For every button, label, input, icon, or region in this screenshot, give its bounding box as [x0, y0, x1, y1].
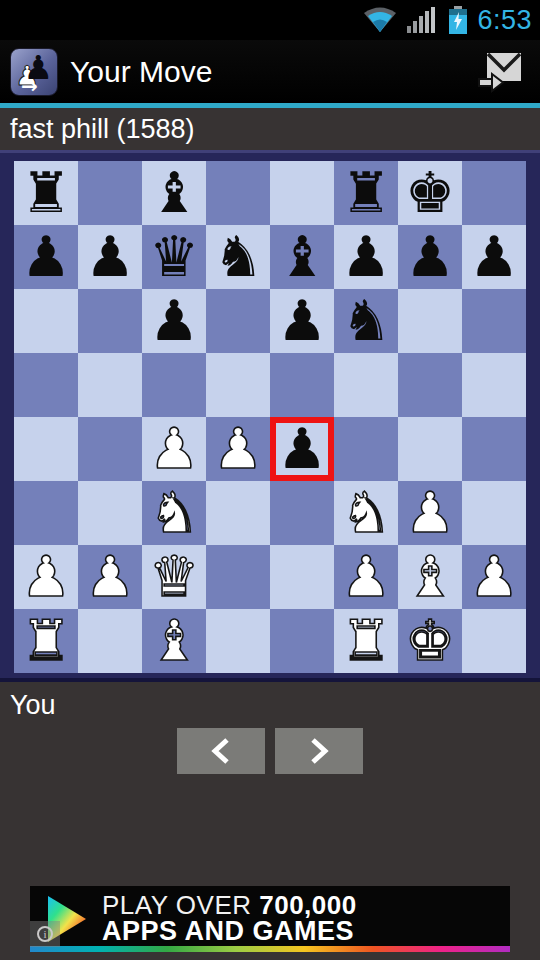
square-a5[interactable]	[14, 353, 78, 417]
square-a3[interactable]	[14, 481, 78, 545]
square-b8[interactable]	[78, 161, 142, 225]
square-h5[interactable]	[462, 353, 526, 417]
square-d4[interactable]: ♟	[206, 417, 270, 481]
white-knight: ♞	[149, 481, 199, 545]
move-nav	[0, 728, 540, 776]
black-pawn: ♟	[85, 225, 135, 289]
square-e5[interactable]	[270, 353, 334, 417]
ad-line2: APPS AND GAMES	[102, 918, 357, 946]
square-e4[interactable]: ♟	[270, 417, 334, 481]
square-a7[interactable]: ♟	[14, 225, 78, 289]
player-row: You	[0, 682, 540, 728]
square-a4[interactable]	[14, 417, 78, 481]
square-e1[interactable]	[270, 609, 334, 673]
square-d2[interactable]	[206, 545, 270, 609]
board-frame: ♜♝♜♚♟♟♛♞♝♟♟♟♟♟♞♟♟♟♞♞♟♟♟♛♟♝♟♜♝♜♚	[0, 150, 540, 682]
white-pawn: ♟	[213, 417, 263, 481]
square-d7[interactable]: ♞	[206, 225, 270, 289]
wifi-icon	[363, 7, 397, 33]
black-queen: ♛	[149, 225, 199, 289]
ad-info-button[interactable]: i	[30, 921, 60, 947]
black-pawn: ♟	[341, 225, 391, 289]
square-c4[interactable]: ♟	[142, 417, 206, 481]
white-knight: ♞	[341, 481, 391, 545]
square-b3[interactable]	[78, 481, 142, 545]
white-rook: ♜	[341, 609, 391, 673]
square-g7[interactable]: ♟	[398, 225, 462, 289]
ad-line1: PLAY OVER	[102, 890, 259, 920]
white-queen: ♛	[149, 545, 199, 609]
black-bishop: ♝	[277, 225, 327, 289]
white-pawn: ♟	[341, 545, 391, 609]
square-f3[interactable]: ♞	[334, 481, 398, 545]
send-mail-button[interactable]	[470, 46, 530, 98]
square-c6[interactable]: ♟	[142, 289, 206, 353]
square-h3[interactable]	[462, 481, 526, 545]
white-king: ♚	[405, 609, 455, 673]
square-h1[interactable]	[462, 609, 526, 673]
clock: 6:53	[477, 5, 532, 36]
black-king: ♚	[405, 161, 455, 225]
black-pawn: ♟	[21, 225, 71, 289]
square-d8[interactable]	[206, 161, 270, 225]
square-f8[interactable]: ♜	[334, 161, 398, 225]
square-d3[interactable]	[206, 481, 270, 545]
square-d5[interactable]	[206, 353, 270, 417]
square-f2[interactable]: ♟	[334, 545, 398, 609]
square-e8[interactable]	[270, 161, 334, 225]
action-bar: ♟ ♟ → Your Move	[0, 40, 540, 103]
square-b2[interactable]: ♟	[78, 545, 142, 609]
signal-icon	[407, 7, 439, 33]
square-f1[interactable]: ♜	[334, 609, 398, 673]
white-pawn: ♟	[85, 545, 135, 609]
black-pawn: ♟	[149, 289, 199, 353]
white-bishop: ♝	[405, 545, 455, 609]
black-knight: ♞	[213, 225, 263, 289]
square-f7[interactable]: ♟	[334, 225, 398, 289]
square-g6[interactable]	[398, 289, 462, 353]
white-pawn: ♟	[21, 545, 71, 609]
opponent-row: fast phill (1588)	[0, 108, 540, 150]
arrow-icon: →	[21, 74, 38, 96]
white-bishop: ♝	[149, 609, 199, 673]
square-a6[interactable]	[14, 289, 78, 353]
black-rook: ♜	[341, 161, 391, 225]
square-d1[interactable]	[206, 609, 270, 673]
white-pawn: ♟	[405, 481, 455, 545]
chevron-left-icon	[210, 737, 232, 765]
square-g5[interactable]	[398, 353, 462, 417]
chess-board: ♜♝♜♚♟♟♛♞♝♟♟♟♟♟♞♟♟♟♞♞♟♟♟♛♟♝♟♜♝♜♚	[14, 161, 526, 673]
square-g4[interactable]	[398, 417, 462, 481]
square-f5[interactable]	[334, 353, 398, 417]
white-pawn: ♟	[469, 545, 519, 609]
square-g8[interactable]: ♚	[398, 161, 462, 225]
square-f4[interactable]	[334, 417, 398, 481]
square-d6[interactable]	[206, 289, 270, 353]
square-h8[interactable]	[462, 161, 526, 225]
status-bar: 6:53	[0, 0, 540, 40]
square-h7[interactable]: ♟	[462, 225, 526, 289]
ad-text: PLAY OVER 700,000 APPS AND GAMES	[102, 892, 357, 946]
square-b5[interactable]	[78, 353, 142, 417]
black-pawn: ♟	[469, 225, 519, 289]
next-move-button[interactable]	[275, 728, 363, 774]
black-pawn: ♟	[405, 225, 455, 289]
ad-area: PLAY OVER 700,000 APPS AND GAMES i	[0, 886, 540, 952]
square-g1[interactable]: ♚	[398, 609, 462, 673]
square-g3[interactable]: ♟	[398, 481, 462, 545]
black-pawn: ♟	[277, 289, 327, 353]
send-mail-icon	[477, 51, 523, 93]
square-f6[interactable]: ♞	[334, 289, 398, 353]
square-a8[interactable]: ♜	[14, 161, 78, 225]
square-h4[interactable]	[462, 417, 526, 481]
black-rook: ♜	[21, 161, 71, 225]
player-name: You	[10, 690, 56, 721]
square-g2[interactable]: ♝	[398, 545, 462, 609]
chevron-right-icon	[308, 737, 330, 765]
square-b4[interactable]	[78, 417, 142, 481]
square-c2[interactable]: ♛	[142, 545, 206, 609]
square-e7[interactable]: ♝	[270, 225, 334, 289]
black-bishop: ♝	[149, 161, 199, 225]
square-c7[interactable]: ♛	[142, 225, 206, 289]
square-a1[interactable]: ♜	[14, 609, 78, 673]
black-pawn: ♟	[277, 417, 327, 481]
info-icon: i	[37, 926, 53, 942]
ad-line1-number: 700,000	[259, 890, 356, 920]
square-b7[interactable]: ♟	[78, 225, 142, 289]
square-b6[interactable]	[78, 289, 142, 353]
square-h2[interactable]: ♟	[462, 545, 526, 609]
app-icon: ♟ ♟ →	[10, 48, 58, 96]
square-e2[interactable]	[270, 545, 334, 609]
page-title: Your Move	[70, 55, 470, 89]
white-pawn: ♟	[149, 417, 199, 481]
ad-rainbow-strip	[30, 946, 510, 952]
battery-charging-icon	[449, 6, 467, 34]
square-h6[interactable]	[462, 289, 526, 353]
square-e6[interactable]: ♟	[270, 289, 334, 353]
square-c5[interactable]	[142, 353, 206, 417]
square-c3[interactable]: ♞	[142, 481, 206, 545]
white-rook: ♜	[21, 609, 71, 673]
screen: 6:53 ♟ ♟ → Your Move fast phill (1588) ♜…	[0, 0, 540, 960]
square-b1[interactable]	[78, 609, 142, 673]
square-c8[interactable]: ♝	[142, 161, 206, 225]
ad-banner[interactable]: PLAY OVER 700,000 APPS AND GAMES i	[30, 886, 510, 952]
spacer	[0, 776, 540, 886]
square-a2[interactable]: ♟	[14, 545, 78, 609]
previous-move-button[interactable]	[177, 728, 265, 774]
square-e3[interactable]	[270, 481, 334, 545]
opponent-name: fast phill (1588)	[10, 114, 195, 145]
black-knight: ♞	[341, 289, 391, 353]
square-c1[interactable]: ♝	[142, 609, 206, 673]
